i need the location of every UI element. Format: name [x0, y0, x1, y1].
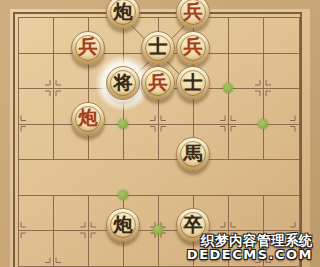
board-cell	[229, 196, 264, 232]
move-hint-dot[interactable]	[258, 119, 268, 129]
board-cell	[264, 18, 299, 54]
board-cell	[54, 160, 89, 196]
piece-black-advisor-1[interactable]: 士	[141, 31, 175, 65]
board-cell	[229, 125, 264, 161]
board-cell	[229, 160, 264, 196]
piece-black-advisor-2[interactable]: 士	[176, 66, 210, 100]
piece-character: 卒	[184, 215, 203, 234]
piece-black-horse[interactable]: 馬	[176, 137, 210, 171]
piece-red-pawn-2[interactable]: 兵	[71, 31, 105, 65]
board-cell	[264, 54, 299, 90]
board-cell	[19, 89, 54, 125]
piece-character: 兵	[184, 37, 203, 56]
piece-character: 兵	[184, 2, 203, 21]
move-hint-dot[interactable]	[153, 225, 163, 235]
board-cell	[229, 89, 264, 125]
board-cell	[264, 231, 299, 267]
xiangqi-game-screen: 炮兵兵士兵将兵士炮馬炮卒 织梦内容管理系统 DEDECMS.COM	[0, 0, 320, 267]
piece-character: 士	[184, 73, 203, 92]
board-cell	[19, 196, 54, 232]
board-cell	[54, 196, 89, 232]
piece-black-general[interactable]: 将	[106, 66, 140, 100]
board-cell	[19, 160, 54, 196]
piece-character: 炮	[79, 108, 98, 127]
piece-black-cannon-2[interactable]: 炮	[106, 208, 140, 242]
move-hint-dot[interactable]	[118, 190, 128, 200]
piece-character: 炮	[114, 2, 133, 21]
move-hint-dot[interactable]	[118, 119, 128, 129]
board-cell	[19, 231, 54, 267]
board-cell	[229, 54, 264, 90]
board-cell	[124, 125, 159, 161]
board-cell	[124, 160, 159, 196]
piece-black-pawn-1[interactable]: 卒	[176, 208, 210, 242]
board-cell	[229, 231, 264, 267]
board-cell	[54, 231, 89, 267]
piece-character: 馬	[184, 144, 203, 163]
board-cell	[19, 54, 54, 90]
move-hint-dot[interactable]	[223, 83, 233, 93]
board-cell	[264, 125, 299, 161]
piece-character: 兵	[79, 37, 98, 56]
piece-character: 将	[114, 73, 133, 92]
board-cell	[264, 196, 299, 232]
board-cell	[264, 160, 299, 196]
piece-red-pawn-3[interactable]: 兵	[176, 31, 210, 65]
board-cell	[229, 18, 264, 54]
board-cell	[19, 125, 54, 161]
piece-red-cannon-1[interactable]: 炮	[71, 102, 105, 136]
board-cell	[264, 89, 299, 125]
piece-character: 士	[149, 37, 168, 56]
board-cell	[89, 160, 124, 196]
piece-red-pawn-4[interactable]: 兵	[141, 66, 175, 100]
board-cell	[19, 18, 54, 54]
piece-character: 炮	[114, 215, 133, 234]
piece-character: 兵	[149, 73, 168, 92]
